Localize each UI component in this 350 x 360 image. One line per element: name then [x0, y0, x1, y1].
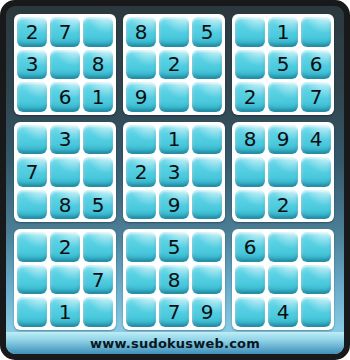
sudoku-cell-r1c6[interactable]: 5 — [192, 17, 222, 47]
sudoku-cell-r2c8[interactable]: 5 — [268, 50, 298, 80]
sudoku-cell-r8c7[interactable] — [235, 265, 265, 295]
sudoku-cell-r6c7[interactable] — [235, 190, 265, 220]
sudoku-cell-r5c7[interactable] — [235, 157, 265, 187]
sudoku-cell-r8c3[interactable]: 7 — [83, 265, 113, 295]
sudoku-cell-r7c3[interactable] — [83, 232, 113, 262]
sudoku-cell-r2c4[interactable] — [126, 50, 156, 80]
sudoku-cell-r2c7[interactable] — [235, 50, 265, 80]
sudoku-cell-r5c9[interactable] — [301, 157, 331, 187]
sudoku-cell-r9c8[interactable]: 4 — [268, 297, 298, 327]
sudoku-cell-r4c7[interactable]: 8 — [235, 125, 265, 155]
sudoku-cell-r2c3[interactable]: 8 — [83, 50, 113, 80]
sudoku-cell-r5c1[interactable]: 7 — [17, 157, 47, 187]
sudoku-cell-r2c6[interactable] — [192, 50, 222, 80]
sudoku-cell-r2c5[interactable]: 2 — [159, 50, 189, 80]
sudoku-cell-r4c9[interactable]: 4 — [301, 125, 331, 155]
sudoku-cell-r1c5[interactable] — [159, 17, 189, 47]
sudoku-cell-r3c1[interactable] — [17, 82, 47, 112]
sudoku-cell-r9c3[interactable] — [83, 297, 113, 327]
sudoku-cell-r3c6[interactable] — [192, 82, 222, 112]
sudoku-cell-r4c3[interactable] — [83, 125, 113, 155]
sudoku-cell-r5c4[interactable]: 2 — [126, 157, 156, 187]
sudoku-grid: 273861852915627378512398942271587964 — [14, 14, 334, 330]
sudoku-cell-r9c7[interactable] — [235, 297, 265, 327]
sudoku-cell-r4c5[interactable]: 1 — [159, 125, 189, 155]
board-background: 273861852915627378512398942271587964 www… — [6, 6, 344, 354]
sudoku-cell-r8c9[interactable] — [301, 265, 331, 295]
sudoku-cell-r7c4[interactable] — [126, 232, 156, 262]
sudoku-box-r1c3: 15627 — [232, 14, 334, 115]
sudoku-cell-r6c2[interactable]: 8 — [50, 190, 80, 220]
sudoku-cell-r3c2[interactable]: 6 — [50, 82, 80, 112]
sudoku-cell-r2c1[interactable]: 3 — [17, 50, 47, 80]
sudoku-box-r2c3: 8942 — [232, 122, 334, 223]
sudoku-cell-r8c8[interactable] — [268, 265, 298, 295]
sudoku-cell-r1c4[interactable]: 8 — [126, 17, 156, 47]
sudoku-box-r3c1: 271 — [14, 229, 116, 330]
sudoku-cell-r6c1[interactable] — [17, 190, 47, 220]
sudoku-cell-r4c2[interactable]: 3 — [50, 125, 80, 155]
sudoku-cell-r6c5[interactable]: 9 — [159, 190, 189, 220]
sudoku-cell-r8c4[interactable] — [126, 265, 156, 295]
sudoku-cell-r4c6[interactable] — [192, 125, 222, 155]
site-url-label: www.sudokusweb.com — [90, 336, 260, 351]
sudoku-cell-r6c6[interactable] — [192, 190, 222, 220]
sudoku-box-r2c1: 3785 — [14, 122, 116, 223]
sudoku-cell-r5c5[interactable]: 3 — [159, 157, 189, 187]
sudoku-cell-r2c2[interactable] — [50, 50, 80, 80]
sudoku-cell-r9c2[interactable]: 1 — [50, 297, 80, 327]
sudoku-cell-r5c3[interactable] — [83, 157, 113, 187]
sudoku-cell-r9c5[interactable]: 7 — [159, 297, 189, 327]
sudoku-cell-r4c4[interactable] — [126, 125, 156, 155]
sudoku-cell-r3c5[interactable] — [159, 82, 189, 112]
sudoku-cell-r1c8[interactable]: 1 — [268, 17, 298, 47]
sudoku-cell-r5c2[interactable] — [50, 157, 80, 187]
sudoku-cell-r5c8[interactable] — [268, 157, 298, 187]
sudoku-cell-r7c7[interactable]: 6 — [235, 232, 265, 262]
sudoku-cell-r8c6[interactable] — [192, 265, 222, 295]
sudoku-cell-r7c5[interactable]: 5 — [159, 232, 189, 262]
sudoku-box-r2c2: 1239 — [123, 122, 225, 223]
sudoku-cell-r7c8[interactable] — [268, 232, 298, 262]
sudoku-cell-r1c2[interactable]: 7 — [50, 17, 80, 47]
sudoku-box-r3c2: 5879 — [123, 229, 225, 330]
sudoku-cell-r2c9[interactable]: 6 — [301, 50, 331, 80]
sudoku-cell-r8c1[interactable] — [17, 265, 47, 295]
sudoku-cell-r1c1[interactable]: 2 — [17, 17, 47, 47]
sudoku-cell-r6c4[interactable] — [126, 190, 156, 220]
sudoku-cell-r3c4[interactable]: 9 — [126, 82, 156, 112]
sudoku-cell-r8c5[interactable]: 8 — [159, 265, 189, 295]
sudoku-cell-r4c1[interactable] — [17, 125, 47, 155]
sudoku-cell-r9c6[interactable]: 9 — [192, 297, 222, 327]
sudoku-cell-r1c3[interactable] — [83, 17, 113, 47]
sudoku-cell-r7c6[interactable] — [192, 232, 222, 262]
sudoku-cell-r9c1[interactable] — [17, 297, 47, 327]
sudoku-cell-r7c2[interactable]: 2 — [50, 232, 80, 262]
sudoku-box-r3c3: 64 — [232, 229, 334, 330]
sudoku-box-r1c2: 8529 — [123, 14, 225, 115]
sudoku-cell-r1c7[interactable] — [235, 17, 265, 47]
sudoku-cell-r3c8[interactable] — [268, 82, 298, 112]
sudoku-cell-r8c2[interactable] — [50, 265, 80, 295]
site-footer: www.sudokusweb.com — [6, 332, 344, 354]
sudoku-cell-r6c9[interactable] — [301, 190, 331, 220]
sudoku-cell-r4c8[interactable]: 9 — [268, 125, 298, 155]
sudoku-cell-r6c8[interactable]: 2 — [268, 190, 298, 220]
sudoku-cell-r6c3[interactable]: 5 — [83, 190, 113, 220]
sudoku-cell-r7c1[interactable] — [17, 232, 47, 262]
sudoku-cell-r5c6[interactable] — [192, 157, 222, 187]
sudoku-cell-r3c3[interactable]: 1 — [83, 82, 113, 112]
sudoku-box-r1c1: 273861 — [14, 14, 116, 115]
sudoku-cell-r1c9[interactable] — [301, 17, 331, 47]
sudoku-board-frame: 273861852915627378512398942271587964 www… — [0, 0, 350, 360]
sudoku-cell-r7c9[interactable] — [301, 232, 331, 262]
sudoku-cell-r3c7[interactable]: 2 — [235, 82, 265, 112]
sudoku-cell-r9c9[interactable] — [301, 297, 331, 327]
sudoku-cell-r9c4[interactable] — [126, 297, 156, 327]
sudoku-cell-r3c9[interactable]: 7 — [301, 82, 331, 112]
